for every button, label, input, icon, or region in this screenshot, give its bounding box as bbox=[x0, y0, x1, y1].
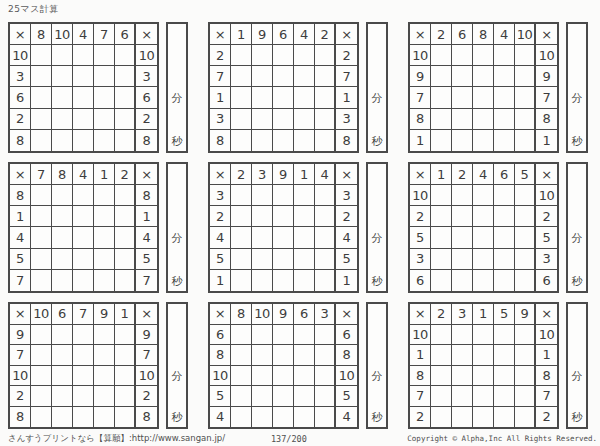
answer-cell[interactable] bbox=[73, 249, 94, 270]
answer-cell[interactable] bbox=[231, 185, 252, 206]
col-header-cell: 8 bbox=[52, 164, 73, 185]
answer-cell[interactable] bbox=[452, 66, 473, 87]
row-repeat-cell: 10 bbox=[536, 185, 557, 206]
answer-cell[interactable] bbox=[52, 386, 73, 407]
answer-cell[interactable] bbox=[494, 109, 515, 130]
answer-cell[interactable] bbox=[473, 130, 494, 151]
answer-cell[interactable] bbox=[431, 206, 452, 227]
answer-cell[interactable] bbox=[515, 185, 536, 206]
multiplication-table-7: ×106791×997710102288 bbox=[8, 302, 159, 429]
multiplication-table-8: ×810963×668810105544 bbox=[208, 302, 359, 429]
answer-cell[interactable] bbox=[231, 45, 252, 66]
answer-cell[interactable] bbox=[73, 325, 94, 346]
answer-cell[interactable] bbox=[73, 130, 94, 151]
answer-cell[interactable] bbox=[231, 345, 252, 366]
answer-cell[interactable] bbox=[473, 407, 494, 428]
answer-cell[interactable] bbox=[31, 270, 52, 291]
answer-cell[interactable] bbox=[94, 87, 115, 108]
row-header-cell: 7 bbox=[410, 386, 431, 407]
answer-cell[interactable] bbox=[52, 66, 73, 87]
col-header-cell: 2 bbox=[115, 164, 136, 185]
answer-cell[interactable] bbox=[94, 325, 115, 346]
answer-cell[interactable] bbox=[94, 270, 115, 291]
row-header-cell: 5 bbox=[210, 386, 231, 407]
answer-cell[interactable] bbox=[252, 249, 273, 270]
answer-cell[interactable] bbox=[473, 109, 494, 130]
answer-cell[interactable] bbox=[473, 45, 494, 66]
answer-cell[interactable] bbox=[431, 66, 452, 87]
row-header-cell: 7 bbox=[410, 87, 431, 108]
answer-cell[interactable] bbox=[52, 270, 73, 291]
answer-cell[interactable] bbox=[294, 325, 315, 346]
answer-cell[interactable] bbox=[494, 185, 515, 206]
answer-cell[interactable] bbox=[94, 185, 115, 206]
minutes-label: 分 bbox=[368, 369, 386, 384]
row-header-cell: 2 bbox=[410, 407, 431, 428]
row-repeat-cell: 9 bbox=[136, 325, 157, 346]
answer-cell[interactable] bbox=[473, 270, 494, 291]
answer-cell[interactable] bbox=[73, 45, 94, 66]
answer-cell[interactable] bbox=[231, 325, 252, 346]
multiplication-table-6: ×12465×101022553366 bbox=[408, 162, 559, 293]
answer-cell[interactable] bbox=[31, 249, 52, 270]
answer-cell[interactable] bbox=[494, 249, 515, 270]
answer-cell[interactable] bbox=[231, 249, 252, 270]
answer-cell[interactable] bbox=[294, 227, 315, 248]
answer-cell[interactable] bbox=[115, 366, 136, 387]
answer-cell[interactable] bbox=[115, 206, 136, 227]
answer-cell[interactable] bbox=[294, 249, 315, 270]
answer-cell[interactable] bbox=[431, 270, 452, 291]
answer-cell[interactable] bbox=[494, 87, 515, 108]
answer-cell[interactable] bbox=[31, 407, 52, 428]
row-header-cell: 9 bbox=[10, 325, 31, 346]
answer-cell[interactable] bbox=[73, 87, 94, 108]
answer-cell[interactable] bbox=[431, 87, 452, 108]
answer-cell[interactable] bbox=[294, 109, 315, 130]
answer-cell[interactable] bbox=[94, 249, 115, 270]
minutes-label: 分 bbox=[168, 369, 186, 384]
answer-cell[interactable] bbox=[473, 227, 494, 248]
answer-cell[interactable] bbox=[73, 227, 94, 248]
answer-cell[interactable] bbox=[452, 109, 473, 130]
col-header-cell: 4 bbox=[494, 24, 515, 45]
answer-cell[interactable] bbox=[452, 185, 473, 206]
answer-cell[interactable] bbox=[252, 109, 273, 130]
row-repeat-cell: 8 bbox=[336, 345, 357, 366]
row-repeat-cell: 2 bbox=[136, 109, 157, 130]
answer-cell[interactable] bbox=[73, 386, 94, 407]
answer-cell[interactable] bbox=[473, 66, 494, 87]
row-header-cell: 2 bbox=[210, 45, 231, 66]
answer-cell[interactable] bbox=[52, 109, 73, 130]
seconds-label: 秒 bbox=[568, 274, 586, 289]
answer-cell[interactable] bbox=[473, 249, 494, 270]
answer-cell[interactable] bbox=[494, 227, 515, 248]
answer-cell[interactable] bbox=[494, 386, 515, 407]
answer-cell[interactable] bbox=[252, 325, 273, 346]
answer-cell[interactable] bbox=[515, 407, 536, 428]
answer-cell[interactable] bbox=[94, 366, 115, 387]
answer-cell[interactable] bbox=[31, 130, 52, 151]
answer-cell[interactable] bbox=[31, 206, 52, 227]
answer-cell[interactable] bbox=[52, 227, 73, 248]
answer-cell[interactable] bbox=[52, 345, 73, 366]
answer-cell[interactable] bbox=[431, 109, 452, 130]
answer-cell[interactable] bbox=[231, 227, 252, 248]
answer-cell[interactable] bbox=[452, 45, 473, 66]
answer-cell[interactable] bbox=[252, 270, 273, 291]
answer-cell[interactable] bbox=[452, 407, 473, 428]
answer-cell[interactable] bbox=[73, 206, 94, 227]
answer-cell[interactable] bbox=[252, 130, 273, 151]
answer-cell[interactable] bbox=[515, 270, 536, 291]
answer-cell[interactable] bbox=[494, 407, 515, 428]
answer-cell[interactable] bbox=[52, 366, 73, 387]
answer-cell[interactable] bbox=[294, 270, 315, 291]
answer-cell[interactable] bbox=[315, 345, 336, 366]
answer-cell[interactable] bbox=[31, 45, 52, 66]
answer-cell[interactable] bbox=[231, 366, 252, 387]
answer-cell[interactable] bbox=[473, 87, 494, 108]
minutes-label: 分 bbox=[368, 231, 386, 246]
answer-cell[interactable] bbox=[294, 386, 315, 407]
row-repeat-cell: 1 bbox=[136, 206, 157, 227]
answer-cell[interactable] bbox=[52, 185, 73, 206]
col-header-cell: 1 bbox=[473, 304, 494, 325]
answer-cell[interactable] bbox=[515, 87, 536, 108]
answer-cell[interactable] bbox=[294, 407, 315, 428]
answer-cell[interactable] bbox=[52, 130, 73, 151]
answer-cell[interactable] bbox=[473, 386, 494, 407]
answer-cell[interactable] bbox=[252, 407, 273, 428]
answer-cell[interactable] bbox=[52, 249, 73, 270]
answer-cell[interactable] bbox=[115, 227, 136, 248]
answer-cell[interactable] bbox=[31, 87, 52, 108]
answer-cell[interactable] bbox=[231, 206, 252, 227]
row-repeat-cell: 6 bbox=[536, 270, 557, 291]
row-repeat-cell: 8 bbox=[136, 130, 157, 151]
answer-cell[interactable] bbox=[473, 185, 494, 206]
answer-cell[interactable] bbox=[273, 227, 294, 248]
row-header-cell: 10 bbox=[410, 45, 431, 66]
answer-cell[interactable] bbox=[294, 366, 315, 387]
time-record-box: 分秒 bbox=[166, 162, 188, 293]
answer-cell[interactable] bbox=[273, 109, 294, 130]
answer-cell[interactable] bbox=[315, 270, 336, 291]
answer-cell[interactable] bbox=[115, 45, 136, 66]
col-header-cell: 10 bbox=[515, 24, 536, 45]
answer-cell[interactable] bbox=[515, 325, 536, 346]
answer-cell[interactable] bbox=[494, 206, 515, 227]
answer-cell[interactable] bbox=[515, 366, 536, 387]
answer-cell[interactable] bbox=[31, 109, 52, 130]
answer-cell[interactable] bbox=[452, 87, 473, 108]
answer-cell[interactable] bbox=[494, 366, 515, 387]
answer-cell[interactable] bbox=[73, 185, 94, 206]
answer-cell[interactable] bbox=[31, 325, 52, 346]
answer-cell[interactable] bbox=[115, 87, 136, 108]
answer-cell[interactable] bbox=[31, 345, 52, 366]
answer-cell[interactable] bbox=[473, 345, 494, 366]
row-header-cell: 5 bbox=[210, 249, 231, 270]
answer-cell[interactable] bbox=[73, 270, 94, 291]
answer-cell[interactable] bbox=[515, 345, 536, 366]
operator-cell: × bbox=[410, 304, 431, 325]
answer-cell[interactable] bbox=[515, 249, 536, 270]
answer-cell[interactable] bbox=[452, 249, 473, 270]
answer-cell[interactable] bbox=[73, 366, 94, 387]
answer-cell[interactable] bbox=[31, 386, 52, 407]
answer-cell[interactable] bbox=[315, 407, 336, 428]
answer-cell[interactable] bbox=[294, 45, 315, 66]
row-header-cell: 6 bbox=[410, 270, 431, 291]
col-header-cell: 4 bbox=[73, 164, 94, 185]
row-repeat-cell: 1 bbox=[336, 87, 357, 108]
grid-block-4: ×78412×8811445577分秒 bbox=[8, 162, 188, 293]
operator-cell: × bbox=[336, 304, 357, 325]
answer-cell[interactable] bbox=[273, 87, 294, 108]
answer-cell[interactable] bbox=[494, 325, 515, 346]
col-header-cell: 6 bbox=[52, 304, 73, 325]
answer-cell[interactable] bbox=[431, 345, 452, 366]
answer-cell[interactable] bbox=[73, 407, 94, 428]
answer-cell[interactable] bbox=[315, 386, 336, 407]
answer-cell[interactable] bbox=[294, 345, 315, 366]
row-header-cell: 2 bbox=[10, 109, 31, 130]
col-header-cell: 7 bbox=[31, 164, 52, 185]
time-record-box: 分秒 bbox=[566, 22, 588, 153]
answer-cell[interactable] bbox=[115, 66, 136, 87]
answer-cell[interactable] bbox=[115, 386, 136, 407]
answer-cell[interactable] bbox=[115, 345, 136, 366]
answer-cell[interactable] bbox=[315, 66, 336, 87]
answer-cell[interactable] bbox=[452, 227, 473, 248]
row-repeat-cell: 10 bbox=[336, 366, 357, 387]
answer-cell[interactable] bbox=[431, 249, 452, 270]
answer-cell[interactable] bbox=[294, 185, 315, 206]
answer-cell[interactable] bbox=[252, 366, 273, 387]
answer-cell[interactable] bbox=[273, 249, 294, 270]
answer-cell[interactable] bbox=[494, 345, 515, 366]
answer-cell[interactable] bbox=[431, 227, 452, 248]
answer-cell[interactable] bbox=[473, 325, 494, 346]
grid-block-7: ×106791×997710102288分秒 bbox=[8, 302, 188, 429]
row-header-cell: 1 bbox=[10, 206, 31, 227]
answer-cell[interactable] bbox=[94, 130, 115, 151]
answer-cell[interactable] bbox=[452, 130, 473, 151]
answer-cell[interactable] bbox=[452, 206, 473, 227]
answer-cell[interactable] bbox=[73, 109, 94, 130]
answer-cell[interactable] bbox=[252, 66, 273, 87]
row-repeat-cell: 2 bbox=[336, 206, 357, 227]
answer-cell[interactable] bbox=[252, 227, 273, 248]
answer-cell[interactable] bbox=[31, 227, 52, 248]
row-repeat-cell: 3 bbox=[536, 249, 557, 270]
answer-cell[interactable] bbox=[294, 130, 315, 151]
answer-cell[interactable] bbox=[515, 386, 536, 407]
answer-cell[interactable] bbox=[431, 45, 452, 66]
answer-cell[interactable] bbox=[252, 185, 273, 206]
answer-cell[interactable] bbox=[52, 325, 73, 346]
answer-cell[interactable] bbox=[315, 325, 336, 346]
answer-cell[interactable] bbox=[115, 407, 136, 428]
answer-cell[interactable] bbox=[94, 407, 115, 428]
answer-cell[interactable] bbox=[231, 386, 252, 407]
answer-cell[interactable] bbox=[231, 130, 252, 151]
answer-cell[interactable] bbox=[515, 130, 536, 151]
answer-cell[interactable] bbox=[273, 270, 294, 291]
answer-cell[interactable] bbox=[231, 66, 252, 87]
operator-cell: × bbox=[536, 24, 557, 45]
answer-cell[interactable] bbox=[294, 206, 315, 227]
row-header-cell: 7 bbox=[10, 345, 31, 366]
answer-cell[interactable] bbox=[273, 185, 294, 206]
answer-cell[interactable] bbox=[431, 386, 452, 407]
answer-cell[interactable] bbox=[315, 366, 336, 387]
answer-cell[interactable] bbox=[252, 45, 273, 66]
answer-cell[interactable] bbox=[94, 45, 115, 66]
answer-cell[interactable] bbox=[115, 270, 136, 291]
answer-cell[interactable] bbox=[252, 87, 273, 108]
answer-cell[interactable] bbox=[231, 109, 252, 130]
col-header-cell: 6 bbox=[273, 24, 294, 45]
answer-cell[interactable] bbox=[515, 109, 536, 130]
answer-cell[interactable] bbox=[452, 345, 473, 366]
answer-cell[interactable] bbox=[315, 227, 336, 248]
answer-cell[interactable] bbox=[452, 270, 473, 291]
row-repeat-cell: 6 bbox=[336, 325, 357, 346]
answer-cell[interactable] bbox=[52, 87, 73, 108]
row-header-cell: 8 bbox=[410, 109, 431, 130]
answer-cell[interactable] bbox=[473, 366, 494, 387]
answer-cell[interactable] bbox=[315, 206, 336, 227]
answer-cell[interactable] bbox=[94, 345, 115, 366]
answer-cell[interactable] bbox=[315, 87, 336, 108]
answer-cell[interactable] bbox=[31, 366, 52, 387]
answer-cell[interactable] bbox=[115, 130, 136, 151]
answer-cell[interactable] bbox=[231, 407, 252, 428]
answer-cell[interactable] bbox=[273, 206, 294, 227]
answer-cell[interactable] bbox=[273, 366, 294, 387]
row-repeat-cell: 2 bbox=[336, 45, 357, 66]
answer-cell[interactable] bbox=[452, 386, 473, 407]
answer-cell[interactable] bbox=[273, 407, 294, 428]
answer-cell[interactable] bbox=[94, 109, 115, 130]
time-record-box: 分秒 bbox=[366, 162, 388, 293]
answer-cell[interactable] bbox=[31, 185, 52, 206]
operator-cell: × bbox=[536, 304, 557, 325]
answer-cell[interactable] bbox=[452, 325, 473, 346]
answer-cell[interactable] bbox=[94, 227, 115, 248]
answer-cell[interactable] bbox=[494, 45, 515, 66]
answer-cell[interactable] bbox=[431, 407, 452, 428]
row-header-cell: 8 bbox=[10, 407, 31, 428]
answer-cell[interactable] bbox=[115, 185, 136, 206]
grid-block-8: ×810963×668810105544分秒 bbox=[208, 302, 388, 429]
answer-cell[interactable] bbox=[431, 130, 452, 151]
minutes-label: 分 bbox=[568, 369, 586, 384]
operator-cell: × bbox=[210, 304, 231, 325]
answer-cell[interactable] bbox=[515, 45, 536, 66]
row-header-cell: 1 bbox=[210, 87, 231, 108]
answer-cell[interactable] bbox=[515, 206, 536, 227]
col-header-cell: 6 bbox=[452, 24, 473, 45]
answer-cell[interactable] bbox=[431, 366, 452, 387]
answer-cell[interactable] bbox=[94, 386, 115, 407]
operator-cell: × bbox=[10, 24, 31, 45]
col-header-cell: 2 bbox=[431, 24, 452, 45]
multiplication-table-2: ×19642×2277113388 bbox=[208, 22, 359, 153]
seconds-label: 秒 bbox=[168, 274, 186, 289]
answer-cell[interactable] bbox=[115, 109, 136, 130]
answer-cell[interactable] bbox=[231, 87, 252, 108]
answer-cell[interactable] bbox=[115, 325, 136, 346]
answer-cell[interactable] bbox=[273, 386, 294, 407]
answer-cell[interactable] bbox=[252, 386, 273, 407]
answer-cell[interactable] bbox=[273, 325, 294, 346]
col-header-cell: 3 bbox=[452, 304, 473, 325]
answer-cell[interactable] bbox=[231, 270, 252, 291]
row-header-cell: 2 bbox=[410, 206, 431, 227]
answer-cell[interactable] bbox=[315, 249, 336, 270]
answer-cell[interactable] bbox=[31, 66, 52, 87]
answer-cell[interactable] bbox=[94, 66, 115, 87]
answer-cell[interactable] bbox=[494, 130, 515, 151]
answer-cell[interactable] bbox=[494, 270, 515, 291]
answer-cell[interactable] bbox=[294, 66, 315, 87]
answer-cell[interactable] bbox=[494, 66, 515, 87]
answer-cell[interactable] bbox=[315, 109, 336, 130]
answer-cell[interactable] bbox=[515, 66, 536, 87]
answer-cell[interactable] bbox=[294, 87, 315, 108]
answer-cell[interactable] bbox=[315, 45, 336, 66]
answer-cell[interactable] bbox=[473, 206, 494, 227]
row-header-cell: 3 bbox=[10, 66, 31, 87]
col-header-cell: 1 bbox=[231, 24, 252, 45]
answer-cell[interactable] bbox=[94, 206, 115, 227]
row-header-cell: 4 bbox=[210, 227, 231, 248]
row-header-cell: 1 bbox=[210, 270, 231, 291]
answer-cell[interactable] bbox=[73, 345, 94, 366]
row-header-cell: 10 bbox=[10, 45, 31, 66]
answer-cell[interactable] bbox=[73, 66, 94, 87]
row-repeat-cell: 10 bbox=[536, 45, 557, 66]
row-repeat-cell: 1 bbox=[536, 345, 557, 366]
answer-cell[interactable] bbox=[273, 345, 294, 366]
answer-cell[interactable] bbox=[315, 130, 336, 151]
col-header-cell: 2 bbox=[452, 164, 473, 185]
operator-cell: × bbox=[136, 304, 157, 325]
answer-cell[interactable] bbox=[431, 325, 452, 346]
answer-cell[interactable] bbox=[431, 185, 452, 206]
answer-cell[interactable] bbox=[252, 206, 273, 227]
answer-cell[interactable] bbox=[515, 227, 536, 248]
answer-cell[interactable] bbox=[273, 130, 294, 151]
answer-cell[interactable] bbox=[273, 66, 294, 87]
answer-cell[interactable] bbox=[273, 45, 294, 66]
answer-cell[interactable] bbox=[52, 407, 73, 428]
answer-cell[interactable] bbox=[452, 366, 473, 387]
answer-cell[interactable] bbox=[115, 249, 136, 270]
answer-cell[interactable] bbox=[52, 206, 73, 227]
answer-cell[interactable] bbox=[252, 345, 273, 366]
answer-cell[interactable] bbox=[52, 45, 73, 66]
operator-cell: × bbox=[10, 304, 31, 325]
col-header-cell: 8 bbox=[31, 24, 52, 45]
operator-cell: × bbox=[210, 24, 231, 45]
answer-cell[interactable] bbox=[315, 185, 336, 206]
